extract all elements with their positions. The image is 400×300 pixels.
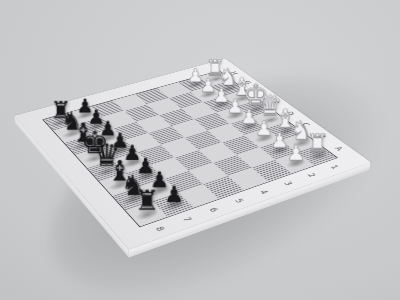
- piece-black-rook[interactable]: ♜: [132, 187, 162, 214]
- piece-white-pawn[interactable]: ♟: [281, 142, 309, 163]
- board-square[interactable]: [149, 126, 185, 145]
- scene-background: ♜♟♟♜♞♟♟♞♝♟♟♝♚♟♟♚♛♟♟♛♝♟♟♝♞♟♟♞♜♟♟♜ 8765432…: [0, 0, 400, 300]
- piece-black-pawn[interactable]: ♟: [159, 183, 189, 205]
- chess-board: ♜♟♟♜♞♟♟♞♝♟♟♝♚♟♟♚♛♟♟♛♝♟♟♝♞♟♟♞♜♟♟♜ 8765432…: [14, 59, 370, 249]
- scene: ♜♟♟♜♞♟♟♞♝♟♟♝♚♟♟♚♛♟♟♛♝♟♟♝♞♟♟♞♜♟♟♜ 8765432…: [0, 0, 400, 300]
- board-surface: ♜♟♟♜♞♟♟♞♝♟♟♝♚♟♟♚♛♟♟♛♝♟♟♝♞♟♟♞♜♟♟♜ 8765432…: [14, 59, 370, 249]
